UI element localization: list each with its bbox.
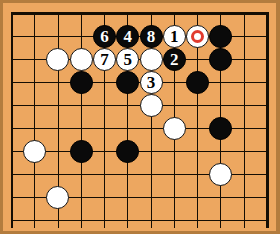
stone-white	[70, 48, 93, 71]
stone-white	[163, 117, 186, 140]
go-board-diagram: 64817523	[0, 0, 280, 234]
stone-black	[209, 48, 232, 71]
stone-black	[70, 71, 93, 94]
stone-black-move-4: 4	[116, 25, 139, 48]
stone-white-marked	[186, 25, 209, 48]
stone-white-move-5: 5	[116, 48, 139, 71]
stones-grid: 64817523	[0, 2, 279, 232]
stone-white	[140, 48, 163, 71]
stone-white-move-1: 1	[163, 25, 186, 48]
red-circle-mark	[191, 30, 204, 43]
stone-black	[70, 140, 93, 163]
stone-white	[23, 140, 46, 163]
stone-white	[209, 163, 232, 186]
stone-black	[209, 25, 232, 48]
stone-white	[140, 94, 163, 117]
stone-black	[209, 117, 232, 140]
stone-black	[186, 71, 209, 94]
stone-white	[46, 48, 69, 71]
stone-white-move-3: 3	[140, 71, 163, 94]
stone-black-move-6: 6	[93, 25, 116, 48]
stone-white-move-7: 7	[93, 48, 116, 71]
stone-black	[116, 140, 139, 163]
stone-white	[46, 186, 69, 209]
stone-black-move-8: 8	[140, 25, 163, 48]
stone-black	[116, 71, 139, 94]
stone-black-move-2: 2	[163, 48, 186, 71]
